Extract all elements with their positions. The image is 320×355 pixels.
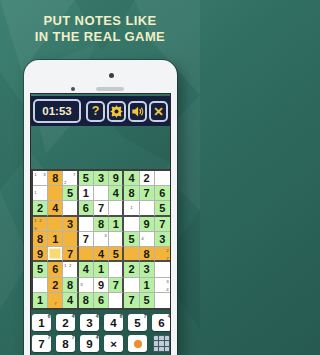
cell-r6c7[interactable]	[124, 247, 139, 262]
cell-value: 7	[113, 279, 119, 291]
cell-value: 8	[98, 218, 104, 230]
cell-r2c2[interactable]	[48, 186, 63, 201]
cell-value: 7	[83, 233, 89, 245]
cell-value: 3	[98, 172, 104, 184]
digit-count-badge: 7	[143, 314, 146, 319]
cell-value: 8	[52, 172, 58, 184]
sensor-dot-icon	[71, 87, 75, 91]
cell-r3c9[interactable]: 5	[155, 201, 170, 216]
digit-button-2[interactable]: 24	[56, 314, 75, 331]
cell-r3c8[interactable]	[140, 201, 155, 216]
cell-r2c3[interactable]: 5	[63, 186, 78, 201]
cell-r4c6[interactable]: 1	[109, 217, 124, 232]
cell-value: 3	[67, 218, 73, 230]
digit-label: 4	[110, 317, 116, 329]
pencil-icon	[134, 340, 142, 348]
digit-button-9[interactable]: 94	[80, 335, 99, 352]
cell-r2c7[interactable]: 8	[124, 186, 139, 201]
digit-count-badge: 7	[71, 335, 74, 340]
cell-r8c2[interactable]: 2	[48, 278, 63, 293]
cell-notes: 7	[48, 293, 62, 308]
digit-count-badge: 7	[47, 335, 50, 340]
timer-display: 01:53	[33, 99, 81, 123]
cell-r6c2[interactable]	[48, 247, 63, 262]
cell-r6c3[interactable]: 7	[63, 247, 78, 262]
cell-r5c7[interactable]: 5	[124, 232, 139, 247]
cell-r1c2[interactable]: 8	[48, 171, 63, 186]
digit-label: 6	[158, 317, 164, 329]
cell-r8c4[interactable]: 3	[79, 278, 94, 293]
cell-r4c4[interactable]	[79, 217, 94, 232]
cell-r1c8[interactable]: 2	[140, 171, 155, 186]
speaker-slot	[96, 87, 124, 91]
cell-r6c1[interactable]: 9	[33, 247, 48, 262]
cell-value: 4	[113, 187, 119, 199]
digit-button-8[interactable]: 87	[56, 335, 75, 352]
cell-value: 3	[159, 233, 165, 245]
cell-r9c8[interactable]: 5	[140, 293, 155, 308]
cell-r2c4[interactable]: 1	[79, 186, 94, 201]
cell-r5c9[interactable]: 3	[155, 232, 170, 247]
digit-button-5[interactable]: 57	[128, 314, 147, 331]
cell-value: 8	[37, 233, 43, 245]
cell-value: 9	[98, 279, 104, 291]
hud-bar: 01:53 ?	[31, 96, 170, 126]
digit-label: 5	[134, 317, 140, 329]
cell-value: 4	[128, 172, 134, 184]
cell-r8c7[interactable]	[124, 278, 139, 293]
cell-value: 4	[98, 248, 104, 260]
cell-r4c5[interactable]: 8	[94, 217, 109, 232]
cell-r2c8[interactable]: 7	[140, 186, 155, 201]
help-button[interactable]: ?	[86, 101, 105, 122]
number-pad: 162434465764778794×	[32, 314, 171, 352]
cell-r1c7[interactable]: 4	[124, 171, 139, 186]
digit-count-badge: 4	[95, 314, 98, 319]
digit-label: 7	[38, 338, 44, 350]
cell-value: 2	[52, 279, 58, 291]
cell-value: 6	[98, 294, 104, 306]
cell-value: 7	[98, 202, 104, 214]
cell-r5c5[interactable]: 3	[94, 232, 109, 247]
grid-button[interactable]	[152, 335, 171, 352]
cell-value: 5	[67, 187, 73, 199]
cell-r3c1[interactable]: 2	[33, 201, 48, 216]
cell-r7c6[interactable]	[109, 262, 124, 277]
cell-notes: 72	[63, 171, 76, 185]
cell-r9c9[interactable]	[155, 293, 170, 308]
cell-value: 7	[159, 218, 165, 230]
digit-count-badge: 4	[167, 314, 170, 319]
cell-r5c4[interactable]: 7	[79, 232, 94, 247]
cell-value: 9	[113, 172, 119, 184]
cell-value: 7	[128, 294, 134, 306]
cell-r3c4[interactable]: 6	[79, 201, 94, 216]
cell-value: 7	[67, 248, 73, 260]
digit-label: 3	[86, 317, 92, 329]
cell-r5c2[interactable]: 1	[48, 232, 63, 247]
cell-r9c7[interactable]: 7	[124, 293, 139, 308]
close-icon: ✕	[153, 104, 163, 119]
digit-button-3[interactable]: 34	[80, 314, 99, 331]
cell-r7c3[interactable]: 12	[63, 262, 78, 277]
headline-line1: PUT NOTES LIKE	[0, 13, 200, 29]
digit-button-1[interactable]: 16	[32, 314, 51, 331]
cell-value: 6	[52, 263, 58, 275]
cell-r1c9[interactable]	[155, 171, 170, 186]
cell-r5c3[interactable]	[63, 232, 78, 247]
cell-r2c9[interactable]: 6	[155, 186, 170, 201]
cell-value: 8	[144, 248, 150, 260]
headline-line2: IN THE REAL GAME	[0, 29, 200, 45]
digit-button-4[interactable]: 46	[104, 314, 123, 331]
cell-r6c4[interactable]	[79, 247, 94, 262]
cell-r7c1[interactable]: 5	[33, 262, 48, 277]
cell-notes: 34	[155, 278, 170, 292]
cell-value: 1	[144, 279, 150, 291]
cell-r6c9[interactable]: 27	[155, 247, 170, 262]
cell-r4c7[interactable]	[124, 217, 139, 232]
cell-r1c1[interactable]: 13	[33, 171, 48, 186]
sudoku-board: 1387253942151487624671512538197817354397…	[31, 169, 171, 310]
cell-r3c6[interactable]	[109, 201, 124, 216]
digit-count-badge: 4	[95, 335, 98, 340]
digit-label: 2	[62, 317, 68, 329]
cell-r8c1[interactable]	[33, 278, 48, 293]
cell-r8c5[interactable]: 9	[94, 278, 109, 293]
cell-notes: 13	[33, 171, 47, 185]
cell-value: 5	[83, 172, 89, 184]
cell-value: 8	[67, 279, 73, 291]
cell-value: 2	[37, 202, 43, 214]
cell-r5c6[interactable]	[109, 232, 124, 247]
game-screen: 01:53 ?	[30, 93, 171, 355]
digit-count-badge: 6	[47, 314, 50, 319]
cell-r5c8[interactable]: 4	[140, 232, 155, 247]
cell-r6c8[interactable]: 8	[140, 247, 155, 262]
gear-icon	[110, 105, 123, 118]
digit-label: 8	[62, 338, 68, 350]
cell-value: 6	[159, 187, 165, 199]
cell-r9c3[interactable]: 4	[63, 293, 78, 308]
cell-r8c3[interactable]: 8	[63, 278, 78, 293]
cell-r7c2[interactable]: 6	[48, 262, 63, 277]
cell-value: 3	[144, 263, 150, 275]
cell-value: 5	[128, 233, 134, 245]
cell-r9c4[interactable]: 8	[79, 293, 94, 308]
cell-value: 4	[67, 294, 73, 306]
settings-button[interactable]	[107, 101, 126, 122]
cell-value: 6	[83, 202, 89, 214]
cell-value: 4	[52, 202, 58, 214]
cell-value: 8	[83, 294, 89, 306]
cell-r1c3[interactable]: 72	[63, 171, 78, 186]
cell-notes: 1	[33, 186, 47, 200]
cell-notes: 27	[155, 247, 170, 260]
cell-r7c7[interactable]: 2	[124, 262, 139, 277]
cell-notes: 3	[79, 278, 93, 292]
cell-r1c6[interactable]: 9	[109, 171, 124, 186]
cell-value: 9	[144, 218, 150, 230]
cell-r6c5[interactable]: 4	[94, 247, 109, 262]
delete-icon: ×	[110, 338, 117, 350]
cell-value: 1	[37, 294, 43, 306]
cell-r9c6[interactable]	[109, 293, 124, 308]
headline: PUT NOTES LIKE IN THE REAL GAME	[0, 13, 200, 44]
cell-r3c7[interactable]: 1	[124, 201, 139, 216]
delete-button[interactable]: ×	[104, 335, 123, 352]
cell-r6c6[interactable]: 5	[109, 247, 124, 262]
cell-notes: 12	[63, 262, 76, 276]
cell-notes: 4	[140, 232, 154, 246]
cell-value: 1	[52, 233, 58, 245]
cell-r1c4[interactable]: 5	[79, 171, 94, 186]
digit-button-6[interactable]: 64	[152, 314, 171, 331]
cell-value: 2	[144, 172, 150, 184]
question-icon: ?	[92, 104, 100, 118]
cell-notes: 125	[33, 217, 47, 231]
cell-value: 1	[113, 218, 119, 230]
timer-value: 01:53	[42, 105, 71, 117]
cell-r9c2[interactable]: 7	[48, 293, 63, 308]
sound-button[interactable]	[128, 101, 147, 122]
cell-value: 5	[113, 248, 119, 260]
phone-mockup: 01:53 ?	[24, 60, 177, 355]
digit-button-7[interactable]: 77	[32, 335, 51, 352]
cell-r9c5[interactable]: 6	[94, 293, 109, 308]
cell-r7c8[interactable]: 3	[140, 262, 155, 277]
cell-r3c2[interactable]: 4	[48, 201, 63, 216]
cell-r4c3[interactable]: 3	[63, 217, 78, 232]
digit-label: 1	[38, 317, 44, 329]
cell-value: 5	[159, 202, 165, 214]
cell-r2c6[interactable]: 4	[109, 186, 124, 201]
pencil-button[interactable]	[128, 335, 147, 352]
cell-value: 5	[37, 263, 43, 275]
cell-value: 4	[83, 263, 89, 275]
camera-icon	[109, 73, 114, 78]
cell-r2c1[interactable]: 1	[33, 186, 48, 201]
digit-count-badge: 4	[71, 314, 74, 319]
cell-r3c5[interactable]: 7	[94, 201, 109, 216]
cell-r4c1[interactable]: 125	[33, 217, 48, 232]
cell-r5c1[interactable]: 8	[33, 232, 48, 247]
cell-value: 1	[83, 187, 89, 199]
cell-value: 2	[128, 263, 134, 275]
cell-r8c6[interactable]: 7	[109, 278, 124, 293]
cell-r7c4[interactable]: 4	[79, 262, 94, 277]
cell-r4c2[interactable]	[48, 217, 63, 232]
cell-r3c3[interactable]	[63, 201, 78, 216]
cell-r4c8[interactable]: 9	[140, 217, 155, 232]
cell-value: 5	[144, 294, 150, 306]
cell-r1c5[interactable]: 3	[94, 171, 109, 186]
cell-value: 1	[98, 263, 104, 275]
cell-value: 7	[144, 187, 150, 199]
digit-count-badge: 6	[119, 314, 122, 319]
cell-r8c9[interactable]: 34	[155, 278, 170, 293]
cell-r9c1[interactable]: 1	[33, 293, 48, 308]
digit-label: 9	[86, 338, 92, 350]
cell-r7c5[interactable]: 1	[94, 262, 109, 277]
cell-r8c8[interactable]: 1	[140, 278, 155, 293]
grid-icon	[153, 335, 170, 352]
cell-value: 8	[128, 187, 134, 199]
cell-r7c9[interactable]	[155, 262, 170, 277]
cell-notes: 1	[124, 201, 138, 214]
cell-r2c5[interactable]	[94, 186, 109, 201]
cell-value: 9	[37, 248, 43, 260]
hud-buttons: ? ✕	[86, 101, 168, 122]
cell-notes: 3	[94, 232, 108, 246]
close-button[interactable]: ✕	[149, 101, 168, 122]
speaker-icon	[131, 105, 144, 118]
cell-r4c9[interactable]: 7	[155, 217, 170, 232]
